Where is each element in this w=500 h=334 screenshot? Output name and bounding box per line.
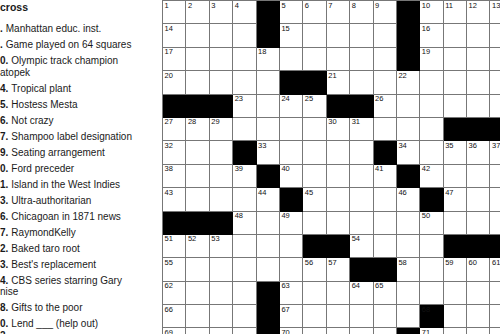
grid-cell-r13c13[interactable]: [444, 282, 467, 305]
cell-number: 23: [235, 95, 243, 103]
grid-cell-r9c9[interactable]: [350, 188, 373, 211]
grid-cell-r1c15[interactable]: 13: [490, 1, 500, 24]
grid-cell-r9c8[interactable]: [327, 188, 350, 211]
grid-cell-r6c8[interactable]: 30: [327, 118, 350, 141]
grid-cell-r12c11[interactable]: 58: [397, 258, 420, 281]
grid-cell-r5c5[interactable]: [257, 95, 280, 118]
grid-cell-r5c15[interactable]: [490, 95, 500, 118]
grid-cell-r7c8[interactable]: [327, 141, 350, 164]
clue-number: 0.: [0, 318, 11, 329]
crossword-grid: 1234567891011121314151617181920212223242…: [162, 0, 500, 334]
grid-cell-r15c10[interactable]: [374, 328, 397, 334]
across-clues-list: .Manhattan educ. inst..Game played on 64…: [0, 23, 160, 334]
grid-cell-r1c9[interactable]: 8: [350, 1, 373, 24]
across-clue-38[interactable]: 8.Gifts to the poor: [0, 302, 160, 314]
grid-cell-r5c10[interactable]: 26: [374, 95, 397, 118]
grid-cell-r14c9[interactable]: [350, 305, 373, 328]
grid-cell-r12c13[interactable]: 59: [444, 258, 467, 281]
grid-cell-r10c4[interactable]: 48: [233, 212, 256, 235]
clue-text: CBS series starring Gary: [11, 275, 122, 286]
cell-number: 49: [281, 212, 289, 220]
grid-cell-r3c7[interactable]: [303, 48, 326, 71]
black-cell-r12c9: [350, 258, 373, 281]
grid-cell-r7c15[interactable]: 37: [490, 141, 500, 164]
grid-cell-r10c9[interactable]: [350, 212, 373, 235]
grid-cell-r14c1[interactable]: 66: [163, 305, 186, 328]
grid-cell-r9c4[interactable]: [233, 188, 256, 211]
grid-cell-r3c10[interactable]: [374, 48, 397, 71]
grid-cell-r2c1[interactable]: 14: [163, 24, 186, 47]
grid-cell-r6c12[interactable]: [420, 118, 443, 141]
grid-cell-r1c6[interactable]: 5: [280, 1, 303, 24]
grid-cell-r12c14[interactable]: 60: [467, 258, 490, 281]
across-clue-15[interactable]: 5.Hostess Mesta: [0, 99, 160, 111]
grid-cell-r14c8[interactable]: [327, 305, 350, 328]
grid-cell-r2c13[interactable]: [444, 24, 467, 47]
across-clue-20[interactable]: 0.Ford preceder: [0, 163, 160, 175]
clue-number: 7.: [0, 131, 11, 142]
grid-cell-r12c5[interactable]: [257, 258, 280, 281]
cell-number: 8: [352, 2, 356, 10]
grid-cell-r12c4[interactable]: [233, 258, 256, 281]
grid-cell-r10c10[interactable]: [374, 212, 397, 235]
across-clue-14[interactable]: 4.Tropical plant: [0, 83, 160, 95]
grid-cell-r11c12[interactable]: [420, 235, 443, 258]
across-clue-16[interactable]: 6.Not crazy: [0, 115, 160, 127]
grid-cell-r4c10[interactable]: [374, 71, 397, 94]
grid-cell-r14c3[interactable]: [210, 305, 233, 328]
grid-cell-r12c8[interactable]: 57: [327, 258, 350, 281]
grid-cell-r11c11[interactable]: [397, 235, 420, 258]
grid-cell-r6c7[interactable]: [303, 118, 326, 141]
grid-cell-r5c7[interactable]: 25: [303, 95, 326, 118]
grid-cell-r9c3[interactable]: [210, 188, 233, 211]
grid-cell-r6c9[interactable]: 31: [350, 118, 373, 141]
grid-cell-r6c2[interactable]: 28: [186, 118, 209, 141]
grid-cell-r6c1[interactable]: 27: [163, 118, 186, 141]
grid-cell-r7c5[interactable]: 33: [257, 141, 280, 164]
black-cell-r11c15: [490, 235, 500, 258]
grid-cell-r6c10[interactable]: [374, 118, 397, 141]
black-cell-r5c1: [163, 95, 186, 118]
grid-cell-r11c4[interactable]: [233, 235, 256, 258]
grid-cell-r13c2[interactable]: [186, 282, 209, 305]
clue-number: 6.: [0, 115, 11, 126]
across-clue-27[interactable]: 7.RaymondKelly: [0, 227, 160, 239]
grid-cell-r13c12[interactable]: [420, 282, 443, 305]
cell-number: 47: [445, 189, 453, 197]
grid-cell-r2c12[interactable]: 16: [420, 24, 443, 47]
clue-text: Tropical plant: [11, 83, 71, 94]
across-clue-26[interactable]: 6.Chicagoan in 1871 news: [0, 211, 160, 223]
grid-cell-r14c13[interactable]: [444, 305, 467, 328]
cell-number: 48: [235, 212, 243, 220]
grid-cell-r13c9[interactable]: 64: [350, 282, 373, 305]
grid-cell-r4c3[interactable]: [210, 71, 233, 94]
grid-cell-r8c8[interactable]: [327, 165, 350, 188]
grid-cell-r2c4[interactable]: [233, 24, 256, 47]
grid-cell-r7c9[interactable]: [350, 141, 373, 164]
cell-number: 39: [235, 165, 243, 173]
grid-cell-r5c14[interactable]: [467, 95, 490, 118]
grid-cell-r4c12[interactable]: [420, 71, 443, 94]
grid-cell-r11c6[interactable]: [280, 235, 303, 258]
grid-cell-r10c11[interactable]: [397, 212, 420, 235]
grid-cell-r8c13[interactable]: [444, 165, 467, 188]
grid-cell-r3c6[interactable]: [280, 48, 303, 71]
grid-cell-r14c14[interactable]: [467, 305, 490, 328]
grid-cell-r13c1[interactable]: 62: [163, 282, 186, 305]
grid-cell-r2c6[interactable]: 15: [280, 24, 303, 47]
grid-cell-r12c12[interactable]: [420, 258, 443, 281]
grid-cell-r9c14[interactable]: [467, 188, 490, 211]
black-cell-r11c13: [444, 235, 467, 258]
grid-cell-r1c4[interactable]: 4: [233, 1, 256, 24]
cell-number: 67: [281, 306, 289, 314]
clue-text: Not crazy: [11, 115, 53, 126]
clue-text: Chicagoan in 1871 news: [11, 211, 121, 222]
black-cell-r4c7: [303, 71, 326, 94]
cell-number: 27: [165, 118, 173, 126]
grid-cell-r11c9[interactable]: 54: [350, 235, 373, 258]
grid-cell-r2c9[interactable]: [350, 24, 373, 47]
cell-number: 31: [352, 118, 360, 126]
grid-cell-r8c10[interactable]: 41: [374, 165, 397, 188]
black-cell-r4c6: [280, 71, 303, 94]
grid-cell-r1c2[interactable]: 2: [186, 1, 209, 24]
crossword-page: cross .Manhattan educ. inst..Game played…: [0, 0, 500, 334]
cell-number: 35: [445, 142, 453, 150]
grid-cell-r1c12[interactable]: 10: [420, 1, 443, 24]
grid-cell-r10c5[interactable]: [257, 212, 280, 235]
grid-cell-r4c4[interactable]: [233, 71, 256, 94]
black-cell-r5c8: [327, 95, 350, 118]
cell-number: 2: [188, 2, 192, 10]
grid-cell-r15c15[interactable]: [490, 328, 500, 334]
cell-number: 20: [165, 72, 173, 80]
grid-cell-r7c6[interactable]: [280, 141, 303, 164]
grid-cell-r3c12[interactable]: 19: [420, 48, 443, 71]
grid-cell-r3c2[interactable]: [186, 48, 209, 71]
grid-cell-r11c10[interactable]: [374, 235, 397, 258]
clue-line: 0.Lend ___ (help out): [0, 318, 160, 330]
grid-cell-r14c15[interactable]: [490, 305, 500, 328]
grid-cell-r13c6[interactable]: 63: [280, 282, 303, 305]
cell-number: 17: [165, 48, 173, 56]
grid-cell-r9c10[interactable]: [374, 188, 397, 211]
grid-cell-r13c3[interactable]: [210, 282, 233, 305]
cell-number: 71: [422, 329, 430, 334]
grid-cell-r6c4[interactable]: [233, 118, 256, 141]
grid-cell-r8c9[interactable]: [350, 165, 373, 188]
clue-line: 4.CBS series starring Gary: [0, 275, 160, 287]
grid-cell-r1c13[interactable]: 11: [444, 1, 467, 24]
clue-text: Game played on 64 squares: [6, 39, 132, 50]
grid-cell-r15c9[interactable]: [350, 328, 373, 334]
cell-number: 70: [281, 329, 289, 334]
black-cell-r2c5: [257, 24, 280, 47]
across-clue-10[interactable]: 0.Olympic track championatopek: [0, 55, 160, 78]
grid-cell-r4c1[interactable]: 20: [163, 71, 186, 94]
grid-cell-r15c2[interactable]: [186, 328, 209, 334]
black-cell-r13c5: [257, 282, 280, 305]
grid-cell-r5c13[interactable]: [444, 95, 467, 118]
grid-cell-r13c10[interactable]: 65: [374, 282, 397, 305]
grid-cell-r1c14[interactable]: 12: [467, 1, 490, 24]
grid-cell-r15c3[interactable]: [210, 328, 233, 334]
grid-cell-r1c1[interactable]: 1: [163, 1, 186, 24]
black-cell-r2c11: [397, 24, 420, 47]
cell-number: 6: [305, 2, 309, 10]
clue-line: 0.Ford preceder: [0, 163, 160, 175]
grid-cell-r7c1[interactable]: 32: [163, 141, 186, 164]
grid-cell-r15c7[interactable]: [303, 328, 326, 334]
grid-cell-r11c3[interactable]: 53: [210, 235, 233, 258]
grid-cell-r12c7[interactable]: 56: [303, 258, 326, 281]
across-clue-40[interactable]: 0.Lend ___ (help out): [0, 318, 160, 330]
grid-cell-r9c7[interactable]: 45: [303, 188, 326, 211]
grid-cell-r13c7[interactable]: [303, 282, 326, 305]
cell-number: 33: [258, 142, 266, 150]
cell-number: 57: [328, 259, 336, 267]
grid-cell-r5c12[interactable]: [420, 95, 443, 118]
grid-cell-r3c13[interactable]: [444, 48, 467, 71]
grid-cell-r15c4[interactable]: [233, 328, 256, 334]
grid-cell-r12c6[interactable]: [280, 258, 303, 281]
grid-cell-r10c14[interactable]: [467, 212, 490, 235]
grid-cell-r8c1[interactable]: 38: [163, 165, 186, 188]
clue-number: 0.: [0, 55, 11, 66]
grid-cell-r8c4[interactable]: 39: [233, 165, 256, 188]
grid-cell-r12c1[interactable]: 55: [163, 258, 186, 281]
across-clue-42[interactable]: 2.: [0, 330, 160, 334]
grid-cell-r10c6[interactable]: 49: [280, 212, 303, 235]
clue-text: Gifts to the poor: [11, 302, 82, 313]
clue-number: 8.: [0, 302, 11, 313]
grid-cell-r9c15[interactable]: [490, 188, 500, 211]
grid-cell-r5c11[interactable]: [397, 95, 420, 118]
grid-cell-r4c11[interactable]: 22: [397, 71, 420, 94]
across-clue-21[interactable]: 1.Island in the West Indies: [0, 179, 160, 191]
grid-cell-r7c14[interactable]: 36: [467, 141, 490, 164]
grid-cell-r4c2[interactable]: [186, 71, 209, 94]
clue-line: nise: [0, 286, 160, 298]
grid-cell-r10c8[interactable]: [327, 212, 350, 235]
grid-cell-r15c13[interactable]: [444, 328, 467, 334]
grid-cell-r14c6[interactable]: 67: [280, 305, 303, 328]
grid-cell-r9c2[interactable]: [186, 188, 209, 211]
clue-line: 0.Olympic track champion: [0, 55, 160, 67]
grid-cell-r11c5[interactable]: [257, 235, 280, 258]
cell-number: 13: [492, 2, 500, 10]
grid-cell-r6c11[interactable]: [397, 118, 420, 141]
black-cell-r10c2: [186, 212, 209, 235]
clue-text: Ultra-authoritarian: [11, 195, 91, 206]
grid-cell-r10c12[interactable]: 50: [420, 212, 443, 235]
grid-cell-r1c10[interactable]: 9: [374, 1, 397, 24]
clue-text: Baked taro root: [11, 243, 79, 254]
grid-cell-r12c3[interactable]: [210, 258, 233, 281]
grid-cell-r4c15[interactable]: [490, 71, 500, 94]
cell-number: 69: [165, 329, 173, 334]
grid-cell-r8c15[interactable]: [490, 165, 500, 188]
grid-cell-r8c6[interactable]: 40: [280, 165, 303, 188]
grid-cell-r1c3[interactable]: 3: [210, 1, 233, 24]
across-clue-34[interactable]: 4.CBS series starring Garynise: [0, 275, 160, 298]
clue-line: .Manhattan educ. inst.: [0, 23, 160, 35]
cell-number: 66: [165, 306, 173, 314]
grid-cell-r5c4[interactable]: 23: [233, 95, 256, 118]
cell-number: 38: [165, 165, 173, 173]
grid-cell-r9c1[interactable]: 43: [163, 188, 186, 211]
grid-cell-r15c14[interactable]: [467, 328, 490, 334]
cell-number: 26: [375, 95, 383, 103]
cell-number: 60: [469, 259, 477, 267]
across-clues-panel: cross .Manhattan educ. inst..Game played…: [0, 1, 160, 334]
cell-number: 54: [352, 235, 360, 243]
grid-cell-r7c3[interactable]: [210, 141, 233, 164]
grid-cell-r2c2[interactable]: [186, 24, 209, 47]
clue-line: 5.Hostess Mesta: [0, 99, 160, 111]
cell-number: 40: [281, 165, 289, 173]
grid-cell-r13c15[interactable]: [490, 282, 500, 305]
cell-number: 65: [375, 282, 383, 290]
grid-cell-r14c11[interactable]: [397, 305, 420, 328]
grid-cell-r7c11[interactable]: 34: [397, 141, 420, 164]
cell-number: 59: [445, 259, 453, 267]
grid-cell-r4c8[interactable]: 21: [327, 71, 350, 94]
black-cell-r5c9: [350, 95, 373, 118]
clue-number: 2.: [0, 330, 11, 334]
grid-cell-r2c8[interactable]: [327, 24, 350, 47]
grid-cell-r1c8[interactable]: 7: [327, 1, 350, 24]
grid-cell-r14c10[interactable]: [374, 305, 397, 328]
clue-text: Best's replacement: [11, 259, 96, 270]
grid-cell-r14c7[interactable]: [303, 305, 326, 328]
clue-text: RaymondKelly: [11, 227, 75, 238]
black-cell-r5c3: [210, 95, 233, 118]
grid-cell-r13c11[interactable]: [397, 282, 420, 305]
across-clue-33[interactable]: 3.Best's replacement: [0, 259, 160, 271]
cell-number: 24: [281, 95, 289, 103]
across-clue-17[interactable]: 7.Shampoo label designation: [0, 131, 160, 143]
cell-number: 50: [422, 212, 430, 220]
grid-cell-r8c7[interactable]: [303, 165, 326, 188]
grid-cell-r2c3[interactable]: [210, 24, 233, 47]
cell-number: 34: [398, 142, 406, 150]
across-clue-32[interactable]: 2.Baked taro root: [0, 243, 160, 255]
grid-cell-r7c13[interactable]: 35: [444, 141, 467, 164]
grid-cell-r7c2[interactable]: [186, 141, 209, 164]
grid-cell-r3c15[interactable]: [490, 48, 500, 71]
grid-cell-r3c14[interactable]: [467, 48, 490, 71]
grid-cell-r3c9[interactable]: [350, 48, 373, 71]
cell-number: 1: [165, 2, 169, 10]
grid-cell-r9c13[interactable]: 47: [444, 188, 467, 211]
grid-cell-r15c1[interactable]: 69: [163, 328, 186, 334]
grid-cell-r4c9[interactable]: [350, 71, 373, 94]
grid-cell-r10c15[interactable]: [490, 212, 500, 235]
grid-cell-r13c8[interactable]: [327, 282, 350, 305]
cell-number: 64: [352, 282, 360, 290]
cell-number: 22: [398, 72, 406, 80]
black-cell-r9c6: [280, 188, 303, 211]
grid-cell-r2c7[interactable]: [303, 24, 326, 47]
clue-text: atopek: [0, 67, 30, 78]
grid-cell-r9c5[interactable]: 44: [257, 188, 280, 211]
grid-cell-r9c11[interactable]: 46: [397, 188, 420, 211]
cell-number: 28: [188, 118, 196, 126]
grid-cell-r6c5[interactable]: [257, 118, 280, 141]
grid-cell-r8c2[interactable]: [186, 165, 209, 188]
cell-number: 12: [469, 2, 477, 10]
across-clue-19[interactable]: 9.Seating arrangement: [0, 147, 160, 159]
black-cell-r1c11: [397, 1, 420, 24]
grid-cell-r2c15[interactable]: [490, 24, 500, 47]
grid-cell-r14c2[interactable]: [186, 305, 209, 328]
grid-cell-r11c1[interactable]: 51: [163, 235, 186, 258]
across-clue-23[interactable]: 3.Ultra-authoritarian: [0, 195, 160, 207]
grid-cell-r3c3[interactable]: [210, 48, 233, 71]
black-cell-r11c7: [303, 235, 326, 258]
black-cell-r8c5: [257, 165, 280, 188]
grid-cell-r4c13[interactable]: [444, 71, 467, 94]
grid-cell-r15c6[interactable]: 70: [280, 328, 303, 334]
grid-cell-r14c4[interactable]: [233, 305, 256, 328]
grid-cell-r7c12[interactable]: [420, 141, 443, 164]
grid-cell-r5c6[interactable]: 24: [280, 95, 303, 118]
grid-cell-r10c7[interactable]: [303, 212, 326, 235]
grid-cell-r2c10[interactable]: [374, 24, 397, 47]
grid-cell-r3c5[interactable]: 18: [257, 48, 280, 71]
black-cell-r6c14: [467, 118, 490, 141]
clue-number: 3.: [0, 259, 11, 270]
grid-cell-r2c14[interactable]: [467, 24, 490, 47]
cell-number: 32: [165, 142, 173, 150]
grid-cell-r10c13[interactable]: [444, 212, 467, 235]
grid-cell-r6c3[interactable]: 29: [210, 118, 233, 141]
across-clue-5[interactable]: .Game played on 64 squares: [0, 39, 160, 51]
grid-cell-r3c4[interactable]: [233, 48, 256, 71]
grid-cell-r11c2[interactable]: 52: [186, 235, 209, 258]
clue-number: 5.: [0, 99, 11, 110]
grid-cell-r3c1[interactable]: 17: [163, 48, 186, 71]
grid-cell-r13c14[interactable]: [467, 282, 490, 305]
grid-cell-r7c7[interactable]: [303, 141, 326, 164]
grid-cell-r4c14[interactable]: [467, 71, 490, 94]
cell-number: 58: [398, 259, 406, 267]
black-cell-r1c5: [257, 1, 280, 24]
black-cell-r10c3: [210, 212, 233, 235]
cell-number: 52: [188, 235, 196, 243]
grid-cell-r3c8[interactable]: [327, 48, 350, 71]
grid-cell-r8c12[interactable]: 42: [420, 165, 443, 188]
grid-cell-r8c3[interactable]: [210, 165, 233, 188]
grid-cell-r6c6[interactable]: [280, 118, 303, 141]
grid-cell-r15c8[interactable]: [327, 328, 350, 334]
grid-cell-r8c14[interactable]: [467, 165, 490, 188]
clue-text: Lend ___ (help out): [11, 318, 98, 329]
grid-cell-r1c7[interactable]: 6: [303, 1, 326, 24]
grid-cell-r12c15[interactable]: 61: [490, 258, 500, 281]
grid-cell-r15c12[interactable]: 71: [420, 328, 443, 334]
clue-line: 2.Baked taro root: [0, 243, 160, 255]
grid-cell-r13c4[interactable]: [233, 282, 256, 305]
grid-cell-r4c5[interactable]: [257, 71, 280, 94]
grid-cell-r12c2[interactable]: [186, 258, 209, 281]
clue-number: 0.: [0, 163, 11, 174]
across-clue-1[interactable]: .Manhattan educ. inst.: [0, 23, 160, 35]
